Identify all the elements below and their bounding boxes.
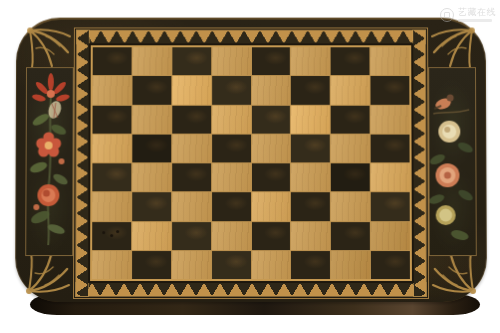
square-h2 [371, 222, 410, 250]
square-d4 [212, 163, 251, 191]
square-c5 [172, 134, 211, 162]
square-h8 [371, 47, 410, 75]
watermark-text: 艺藏在线 [458, 8, 496, 17]
square-a2 [92, 222, 131, 250]
square-d2 [212, 222, 251, 250]
square-d3 [212, 193, 251, 221]
square-a7 [93, 76, 132, 104]
square-d5 [212, 134, 251, 162]
sawtooth-strip-bottom [76, 283, 426, 296]
square-b6 [132, 105, 171, 133]
square-f3 [291, 193, 330, 221]
square-e7 [251, 76, 290, 104]
square-g8 [331, 47, 370, 75]
square-f1 [291, 251, 330, 279]
square-g7 [331, 76, 370, 104]
square-b1 [132, 251, 171, 279]
square-a8 [93, 47, 132, 75]
floral-panel-left [25, 67, 74, 256]
square-e5 [251, 134, 290, 162]
square-c8 [172, 47, 211, 75]
square-g6 [331, 105, 370, 133]
photo-canvas: 艺藏在线 [0, 0, 500, 333]
watermark-logo-icon [440, 8, 454, 22]
games-board [15, 18, 487, 302]
square-c2 [172, 222, 211, 250]
square-d1 [212, 251, 251, 279]
watermark: 艺藏在线 [440, 8, 496, 22]
square-h3 [371, 193, 410, 221]
square-c6 [172, 105, 211, 133]
square-c7 [172, 76, 211, 104]
square-g3 [331, 193, 370, 221]
sawtooth-strip-top [77, 30, 425, 43]
sawtooth-border-ring [73, 28, 429, 299]
square-e1 [251, 251, 290, 279]
floral-panel-right [428, 67, 477, 256]
square-b7 [132, 76, 171, 104]
watermark-subtext-bar [458, 19, 492, 22]
square-e8 [251, 47, 290, 75]
right-panel-flowers-icon [429, 68, 476, 255]
square-a1 [92, 251, 131, 279]
square-g1 [331, 251, 370, 279]
square-f6 [291, 105, 330, 133]
square-g5 [331, 134, 370, 162]
square-f7 [291, 76, 330, 104]
square-a5 [92, 134, 131, 162]
square-g2 [331, 222, 370, 250]
square-f2 [291, 222, 330, 250]
sawtooth-strip-right [413, 30, 426, 296]
square-f4 [291, 163, 330, 191]
square-b8 [132, 47, 171, 75]
square-e6 [251, 105, 290, 133]
square-d6 [212, 105, 251, 133]
board-grid [90, 45, 412, 281]
square-d8 [212, 47, 251, 75]
square-b4 [132, 163, 171, 191]
square-e4 [251, 163, 290, 191]
left-panel-flowers-icon [26, 68, 73, 255]
square-c4 [172, 163, 211, 191]
square-b2 [132, 222, 171, 250]
square-h6 [371, 105, 410, 133]
square-g4 [331, 163, 370, 191]
square-f5 [291, 134, 330, 162]
sawtooth-strip-left [76, 30, 89, 296]
square-h5 [371, 134, 410, 162]
square-c1 [172, 251, 211, 279]
square-e3 [251, 193, 290, 221]
square-c3 [172, 193, 211, 221]
square-h1 [371, 251, 410, 279]
square-a6 [93, 105, 132, 133]
square-h7 [371, 76, 410, 104]
square-h4 [371, 163, 410, 191]
square-d7 [212, 76, 251, 104]
square-a4 [92, 163, 131, 191]
square-b5 [132, 134, 171, 162]
square-b3 [132, 193, 171, 221]
square-a3 [92, 193, 131, 221]
square-e2 [251, 222, 290, 250]
square-f8 [291, 47, 330, 75]
